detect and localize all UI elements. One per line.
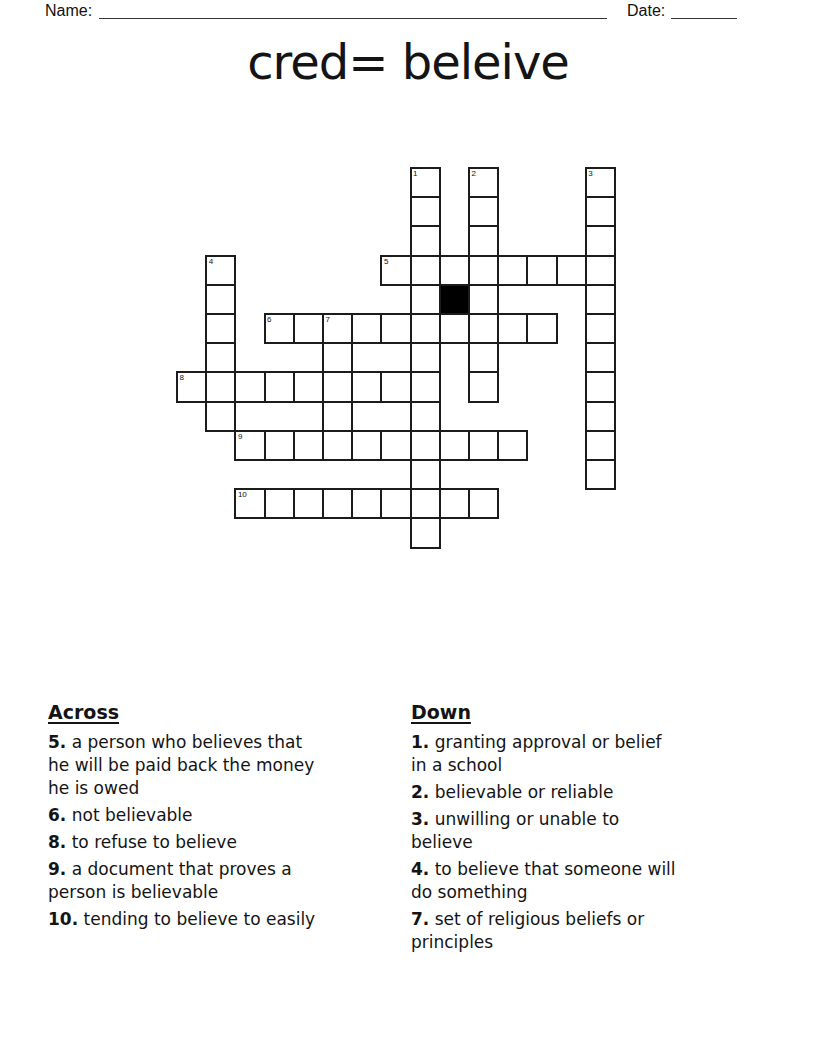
grid-cell[interactable] [468, 342, 499, 373]
clue-number: 1. [411, 732, 429, 752]
grid-cell[interactable] [410, 284, 441, 315]
grid-cell[interactable] [293, 313, 324, 344]
cell-number: 4 [209, 257, 213, 266]
grid-cell[interactable] [468, 225, 499, 256]
grid-cell[interactable]: 4 [205, 255, 236, 286]
grid-cell[interactable] [410, 196, 441, 227]
grid-cell[interactable] [468, 255, 499, 286]
grid-cell[interactable] [410, 371, 441, 402]
clue-list-across: 5. a person who believes that he will be… [48, 731, 390, 931]
clue-number: 3. [411, 809, 429, 829]
grid-cell[interactable] [468, 196, 499, 227]
grid-cell[interactable] [585, 225, 616, 256]
grid-cell[interactable] [205, 313, 236, 344]
grid-cell[interactable] [468, 284, 499, 315]
grid-cell[interactable] [380, 371, 411, 402]
grid-cell[interactable] [205, 401, 236, 432]
grid-cell[interactable] [410, 225, 441, 256]
grid-cell[interactable] [526, 313, 557, 344]
worksheet-page: { "game": "crossword", "header": { "name… [0, 0, 816, 1056]
grid-cell[interactable] [497, 313, 528, 344]
grid-cell[interactable] [322, 342, 353, 373]
clue-number: 2. [411, 782, 429, 802]
grid-cell[interactable] [585, 342, 616, 373]
grid-cell[interactable] [351, 371, 382, 402]
grid-cell[interactable] [410, 255, 441, 286]
cell-number: 10 [238, 490, 247, 499]
grid-cell[interactable] [585, 371, 616, 402]
clue: 1. granting approval or belief in a scho… [411, 731, 756, 777]
grid-cell[interactable] [556, 255, 587, 286]
clue-number: 5. [48, 732, 66, 752]
grid-cell[interactable] [439, 488, 470, 519]
grid-cell[interactable] [322, 371, 353, 402]
cell-number: 7 [326, 315, 330, 324]
grid-cell[interactable] [264, 371, 295, 402]
grid-cell[interactable]: 1 [410, 167, 441, 198]
clue-number: 4. [411, 859, 429, 879]
grid-cell[interactable] [205, 342, 236, 373]
clue-number: 8. [48, 832, 66, 852]
name-underline [99, 1, 607, 19]
grid-cell[interactable]: 6 [264, 313, 295, 344]
grid-cell[interactable] [322, 430, 353, 461]
clue-text: to believe that someone will do somethin… [411, 859, 676, 902]
grid-cell[interactable]: 3 [585, 167, 616, 198]
clue-text: a document that proves a person is belie… [48, 859, 292, 902]
grid-cell[interactable] [439, 255, 470, 286]
clue: 7. set of religious beliefs or principle… [411, 908, 756, 954]
cell-number: 5 [384, 257, 388, 266]
clue-text: not believable [72, 805, 193, 825]
grid-cell[interactable] [439, 313, 470, 344]
clue-number: 7. [411, 909, 429, 929]
grid-cell[interactable] [585, 284, 616, 315]
grid-cell[interactable]: 8 [176, 371, 207, 402]
clue-list-down: 1. granting approval or belief in a scho… [411, 731, 756, 954]
grid-cell[interactable] [205, 284, 236, 315]
clue: 6. not believable [48, 804, 390, 827]
clue: 2. believable or reliable [411, 781, 756, 804]
clue-text: to refuse to believe [72, 832, 237, 852]
grid-cell[interactable] [439, 430, 470, 461]
date-label: Date: [627, 2, 665, 20]
grid-cell[interactable] [497, 430, 528, 461]
grid-cell[interactable] [380, 313, 411, 344]
cell-number: 3 [588, 169, 592, 178]
grid-cell[interactable]: 2 [468, 167, 499, 198]
grid-cell[interactable] [351, 430, 382, 461]
grid-cell[interactable] [351, 313, 382, 344]
cell-number: 6 [267, 315, 271, 324]
grid-cell[interactable] [410, 488, 441, 519]
down-heading: Down [411, 701, 756, 723]
grid-cell[interactable] [293, 371, 324, 402]
clue-text: granting approval or belief in a school [411, 732, 662, 775]
clue-number: 6. [48, 805, 66, 825]
grid-cell[interactable]: 5 [380, 255, 411, 286]
worksheet-title: cred= beleive [0, 34, 816, 90]
grid-cell[interactable] [380, 430, 411, 461]
grid-cell[interactable] [322, 401, 353, 432]
grid-cell[interactable] [322, 488, 353, 519]
clue: 10. tending to believe to easily [48, 908, 390, 931]
name-label: Name: [45, 2, 92, 20]
grid-cell[interactable] [468, 488, 499, 519]
grid-cell[interactable] [410, 401, 441, 432]
grid-cell[interactable] [497, 255, 528, 286]
across-clues-section: Across 5. a person who believes that he … [48, 701, 390, 935]
clue-text: unwilling or unable to believe [411, 809, 619, 852]
grid-cell[interactable] [410, 430, 441, 461]
grid-cell[interactable]: 7 [322, 313, 353, 344]
clue: 5. a person who believes that he will be… [48, 731, 390, 800]
clue: 9. a document that proves a person is be… [48, 858, 390, 904]
grid-cell[interactable] [585, 196, 616, 227]
cell-number: 8 [180, 373, 184, 382]
grid-cell[interactable] [468, 430, 499, 461]
grid-cell[interactable]: 9 [234, 430, 265, 461]
cell-number: 9 [238, 432, 242, 441]
date-underline [671, 1, 737, 19]
grid-cell[interactable] [526, 255, 557, 286]
grid-cell-black [439, 284, 470, 315]
grid-cell[interactable] [585, 430, 616, 461]
clue-text: tending to believe to easily [84, 909, 316, 929]
grid-cell[interactable] [264, 430, 295, 461]
clue-text: a person who believes that he will be pa… [48, 732, 314, 798]
clue-text: set of religious beliefs or principles [411, 909, 644, 952]
grid-cell[interactable] [351, 488, 382, 519]
grid-cell[interactable] [293, 488, 324, 519]
grid-cell[interactable] [410, 459, 441, 490]
crossword-grid: 12345678910 [176, 167, 614, 547]
grid-cell[interactable] [234, 371, 265, 402]
cell-number: 1 [413, 169, 417, 178]
grid-cell[interactable] [410, 517, 441, 548]
cell-number: 2 [472, 169, 476, 178]
clue-text: believable or reliable [435, 782, 614, 802]
grid-cell[interactable] [585, 313, 616, 344]
grid-cell[interactable] [468, 313, 499, 344]
grid-cell[interactable] [410, 313, 441, 344]
grid-cell[interactable] [205, 371, 236, 402]
grid-cell[interactable] [585, 459, 616, 490]
clue-number: 10. [48, 909, 78, 929]
grid-cell[interactable] [585, 401, 616, 432]
grid-cell[interactable] [468, 371, 499, 402]
clue-number: 9. [48, 859, 66, 879]
grid-cell[interactable] [585, 255, 616, 286]
grid-cell[interactable] [410, 342, 441, 373]
down-clues-section: Down 1. granting approval or belief in a… [411, 701, 756, 958]
grid-cell[interactable] [293, 430, 324, 461]
clue: 3. unwilling or unable to believe [411, 808, 756, 854]
clue: 8. to refuse to believe [48, 831, 390, 854]
grid-cell[interactable] [264, 488, 295, 519]
across-heading: Across [48, 701, 390, 723]
grid-cell[interactable] [380, 488, 411, 519]
grid-cell[interactable]: 10 [234, 488, 265, 519]
clue: 4. to believe that someone will do somet… [411, 858, 756, 904]
